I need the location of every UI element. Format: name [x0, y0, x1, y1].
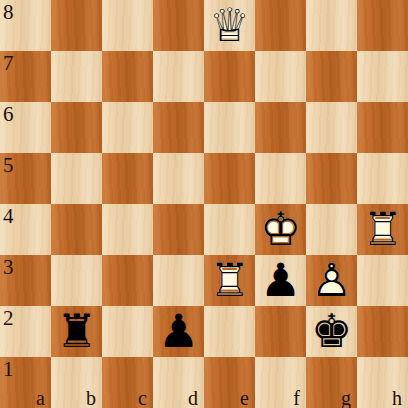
square-d6[interactable]	[153, 102, 204, 153]
square-f5[interactable]	[255, 153, 306, 204]
square-d1[interactable]: d	[153, 357, 204, 408]
file-label-h: h	[392, 387, 402, 408]
white-king-outline-glyph: ♔	[255, 204, 306, 255]
white-pawn-fill-glyph: ♟	[306, 255, 357, 306]
square-b3[interactable]	[51, 255, 102, 306]
square-b2[interactable]: ♜	[51, 306, 102, 357]
square-g2[interactable]: ♚	[306, 306, 357, 357]
black-pawn-fill-glyph: ♟	[153, 306, 204, 357]
square-c6[interactable]	[102, 102, 153, 153]
rank-label-7: 7	[3, 51, 14, 75]
file-label-c: c	[138, 387, 147, 408]
square-a5[interactable]: 5	[0, 153, 51, 204]
square-b4[interactable]	[51, 204, 102, 255]
black-rook-fill-glyph: ♜	[51, 306, 102, 357]
square-h3[interactable]	[357, 255, 408, 306]
square-e1[interactable]: e	[204, 357, 255, 408]
square-a1[interactable]: 1a	[0, 357, 51, 408]
square-h4[interactable]: ♜♖	[357, 204, 408, 255]
square-e8[interactable]: ♛♕	[204, 0, 255, 51]
square-c7[interactable]	[102, 51, 153, 102]
square-a8[interactable]: 8	[0, 0, 51, 51]
white-king-icon[interactable]: ♚♔	[255, 204, 306, 255]
square-c8[interactable]	[102, 0, 153, 51]
square-g7[interactable]	[306, 51, 357, 102]
square-c1[interactable]: c	[102, 357, 153, 408]
white-rook-icon[interactable]: ♜♖	[357, 204, 408, 255]
square-e2[interactable]	[204, 306, 255, 357]
square-b6[interactable]	[51, 102, 102, 153]
square-b7[interactable]	[51, 51, 102, 102]
square-e7[interactable]	[204, 51, 255, 102]
square-h1[interactable]: h	[357, 357, 408, 408]
white-rook-fill-glyph: ♜	[357, 204, 408, 255]
square-d2[interactable]: ♟	[153, 306, 204, 357]
black-king-fill-glyph: ♚	[306, 306, 357, 357]
square-d4[interactable]	[153, 204, 204, 255]
rank-label-5: 5	[3, 153, 14, 177]
rank-label-2: 2	[3, 306, 14, 330]
square-h5[interactable]	[357, 153, 408, 204]
square-f7[interactable]	[255, 51, 306, 102]
rank-label-1: 1	[3, 357, 14, 381]
square-c2[interactable]	[102, 306, 153, 357]
rank-label-6: 6	[3, 102, 14, 126]
white-rook-outline-glyph: ♖	[204, 255, 255, 306]
black-pawn-fill-glyph: ♟	[255, 255, 306, 306]
square-g6[interactable]	[306, 102, 357, 153]
file-label-d: d	[188, 387, 198, 408]
square-g1[interactable]: g	[306, 357, 357, 408]
file-label-e: e	[240, 387, 249, 408]
square-b5[interactable]	[51, 153, 102, 204]
white-rook-icon[interactable]: ♜♖	[204, 255, 255, 306]
white-pawn-outline-glyph: ♙	[306, 255, 357, 306]
white-queen-icon[interactable]: ♛♕	[204, 0, 255, 51]
white-queen-fill-glyph: ♛	[204, 0, 255, 51]
black-king-icon[interactable]: ♚	[306, 306, 357, 357]
square-b8[interactable]	[51, 0, 102, 51]
rank-label-3: 3	[3, 255, 14, 279]
square-f6[interactable]	[255, 102, 306, 153]
square-f8[interactable]	[255, 0, 306, 51]
square-e6[interactable]	[204, 102, 255, 153]
square-e3[interactable]: ♜♖	[204, 255, 255, 306]
square-d5[interactable]	[153, 153, 204, 204]
square-d3[interactable]	[153, 255, 204, 306]
square-c4[interactable]	[102, 204, 153, 255]
square-a3[interactable]: 3	[0, 255, 51, 306]
square-c5[interactable]	[102, 153, 153, 204]
square-g8[interactable]	[306, 0, 357, 51]
file-label-a: a	[36, 387, 45, 408]
square-b1[interactable]: b	[51, 357, 102, 408]
file-label-f: f	[293, 387, 300, 408]
square-f2[interactable]	[255, 306, 306, 357]
black-pawn-icon[interactable]: ♟	[255, 255, 306, 306]
square-a7[interactable]: 7	[0, 51, 51, 102]
square-f3[interactable]: ♟	[255, 255, 306, 306]
square-g4[interactable]	[306, 204, 357, 255]
white-rook-outline-glyph: ♖	[357, 204, 408, 255]
white-pawn-icon[interactable]: ♟♙	[306, 255, 357, 306]
chess-board: 8♛♕7654♚♔♜♖3♜♖♟♟♙2♜♟♚1abcdefgh	[0, 0, 408, 408]
square-d7[interactable]	[153, 51, 204, 102]
square-c3[interactable]	[102, 255, 153, 306]
square-a4[interactable]: 4	[0, 204, 51, 255]
white-queen-outline-glyph: ♕	[204, 0, 255, 51]
black-pawn-icon[interactable]: ♟	[153, 306, 204, 357]
square-h8[interactable]	[357, 0, 408, 51]
square-e4[interactable]	[204, 204, 255, 255]
square-h2[interactable]	[357, 306, 408, 357]
rank-label-4: 4	[3, 204, 14, 228]
white-king-fill-glyph: ♚	[255, 204, 306, 255]
square-f1[interactable]: f	[255, 357, 306, 408]
file-label-b: b	[86, 387, 96, 408]
square-d8[interactable]	[153, 0, 204, 51]
square-f4[interactable]: ♚♔	[255, 204, 306, 255]
square-h6[interactable]	[357, 102, 408, 153]
rank-label-8: 8	[3, 0, 14, 24]
square-a6[interactable]: 6	[0, 102, 51, 153]
square-g5[interactable]	[306, 153, 357, 204]
square-g3[interactable]: ♟♙	[306, 255, 357, 306]
square-e5[interactable]	[204, 153, 255, 204]
square-h7[interactable]	[357, 51, 408, 102]
black-rook-icon[interactable]: ♜	[51, 306, 102, 357]
file-label-g: g	[341, 387, 351, 408]
white-rook-fill-glyph: ♜	[204, 255, 255, 306]
square-a2[interactable]: 2	[0, 306, 51, 357]
